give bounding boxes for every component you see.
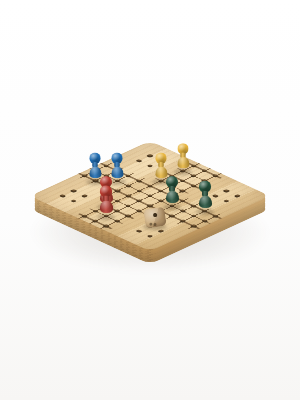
peg-base — [198, 196, 211, 208]
product-photo-scene — [0, 0, 300, 400]
die-pip — [154, 213, 158, 217]
wooden-die[interactable] — [144, 206, 167, 228]
peg-base — [165, 191, 178, 203]
peg-green-2[interactable] — [164, 176, 180, 206]
peg-green-1[interactable] — [197, 181, 213, 211]
peg-base — [100, 201, 113, 213]
die-pip — [154, 223, 157, 226]
peg-yellow-1[interactable] — [175, 143, 190, 171]
die-pip — [149, 222, 152, 225]
peg-base — [177, 157, 189, 168]
peg-red-2[interactable] — [98, 185, 114, 216]
